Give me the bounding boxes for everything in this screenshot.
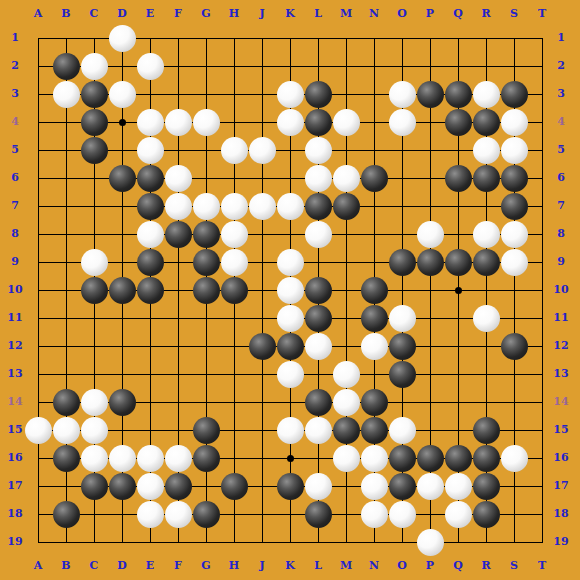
white-stone-E5 xyxy=(137,137,164,164)
white-stone-H7 xyxy=(221,193,248,220)
white-stone-S4 xyxy=(501,109,528,136)
white-stone-L8 xyxy=(305,221,332,248)
white-stone-E18 xyxy=(137,501,164,528)
white-stone-K10 xyxy=(277,277,304,304)
row-label-right: 3 xyxy=(546,86,576,102)
row-label-left: 9 xyxy=(2,254,28,270)
black-stone-L4 xyxy=(305,109,332,136)
row-label-left: 12 xyxy=(2,338,28,354)
black-stone-P16 xyxy=(417,445,444,472)
white-stone-N18 xyxy=(361,501,388,528)
black-stone-R9 xyxy=(473,249,500,276)
column-label-bottom: N xyxy=(360,558,388,574)
black-stone-N15 xyxy=(361,417,388,444)
column-label-top: F xyxy=(164,6,192,22)
black-stone-D14 xyxy=(109,389,136,416)
white-stone-O3 xyxy=(389,81,416,108)
row-label-left: 2 xyxy=(2,58,28,74)
row-label-left: 17 xyxy=(2,478,28,494)
white-stone-R5 xyxy=(473,137,500,164)
white-stone-L12 xyxy=(305,333,332,360)
black-stone-R18 xyxy=(473,501,500,528)
black-stone-F17 xyxy=(165,473,192,500)
white-stone-F7 xyxy=(165,193,192,220)
column-label-top: H xyxy=(220,6,248,22)
white-stone-S8 xyxy=(501,221,528,248)
white-stone-C16 xyxy=(81,445,108,472)
column-label-top: P xyxy=(416,6,444,22)
black-stone-R15 xyxy=(473,417,500,444)
go-board[interactable]: AABBCCDDEEFFGGHHJJKKLLMMNNOOPPQQRRSSTT11… xyxy=(0,0,580,580)
row-label-left: 10 xyxy=(2,282,28,298)
white-stone-D1 xyxy=(109,25,136,52)
white-stone-R11 xyxy=(473,305,500,332)
white-stone-C14 xyxy=(81,389,108,416)
black-stone-B16 xyxy=(53,445,80,472)
row-label-right: 9 xyxy=(546,254,576,270)
column-label-bottom: G xyxy=(192,558,220,574)
white-stone-F6 xyxy=(165,165,192,192)
white-stone-O18 xyxy=(389,501,416,528)
black-stone-K17 xyxy=(277,473,304,500)
star-point xyxy=(287,455,294,462)
row-label-left: 1 xyxy=(2,30,28,46)
row-label-right: 16 xyxy=(546,450,576,466)
black-stone-R4 xyxy=(473,109,500,136)
white-stone-N16 xyxy=(361,445,388,472)
row-label-left: 6 xyxy=(2,170,28,186)
black-stone-G10 xyxy=(193,277,220,304)
black-stone-Q3 xyxy=(445,81,472,108)
black-stone-S7 xyxy=(501,193,528,220)
row-label-right: 2 xyxy=(546,58,576,74)
white-stone-A15 xyxy=(25,417,52,444)
column-label-top: A xyxy=(24,6,52,22)
column-label-top: R xyxy=(472,6,500,22)
column-label-bottom: J xyxy=(248,558,276,574)
white-stone-M4 xyxy=(333,109,360,136)
white-stone-N12 xyxy=(361,333,388,360)
white-stone-S5 xyxy=(501,137,528,164)
black-stone-D6 xyxy=(109,165,136,192)
black-stone-O13 xyxy=(389,361,416,388)
white-stone-G4 xyxy=(193,109,220,136)
white-stone-D3 xyxy=(109,81,136,108)
white-stone-L5 xyxy=(305,137,332,164)
white-stone-M13 xyxy=(333,361,360,388)
column-label-top: S xyxy=(500,6,528,22)
white-stone-J5 xyxy=(249,137,276,164)
black-stone-E10 xyxy=(137,277,164,304)
black-stone-C17 xyxy=(81,473,108,500)
black-stone-G18 xyxy=(193,501,220,528)
black-stone-B2 xyxy=(53,53,80,80)
column-label-top: E xyxy=(136,6,164,22)
white-stone-M6 xyxy=(333,165,360,192)
row-label-right: 4 xyxy=(546,114,576,130)
column-label-bottom: E xyxy=(136,558,164,574)
black-stone-P3 xyxy=(417,81,444,108)
white-stone-C9 xyxy=(81,249,108,276)
white-stone-E8 xyxy=(137,221,164,248)
black-stone-G15 xyxy=(193,417,220,444)
column-label-top: N xyxy=(360,6,388,22)
column-label-top: D xyxy=(108,6,136,22)
black-stone-R17 xyxy=(473,473,500,500)
white-stone-F16 xyxy=(165,445,192,472)
black-stone-B18 xyxy=(53,501,80,528)
white-stone-H8 xyxy=(221,221,248,248)
white-stone-P19 xyxy=(417,529,444,556)
row-label-left: 19 xyxy=(2,534,28,550)
row-label-right: 17 xyxy=(546,478,576,494)
black-stone-E9 xyxy=(137,249,164,276)
column-label-bottom: T xyxy=(528,558,556,574)
black-stone-Q9 xyxy=(445,249,472,276)
column-label-bottom: D xyxy=(108,558,136,574)
column-label-top: L xyxy=(304,6,332,22)
black-stone-G9 xyxy=(193,249,220,276)
black-stone-N10 xyxy=(361,277,388,304)
column-label-bottom: C xyxy=(80,558,108,574)
column-label-bottom: R xyxy=(472,558,500,574)
white-stone-G7 xyxy=(193,193,220,220)
white-stone-E17 xyxy=(137,473,164,500)
white-stone-K4 xyxy=(277,109,304,136)
black-stone-C5 xyxy=(81,137,108,164)
black-stone-M15 xyxy=(333,417,360,444)
column-label-bottom: M xyxy=(332,558,360,574)
black-stone-S12 xyxy=(501,333,528,360)
star-point xyxy=(119,119,126,126)
white-stone-K3 xyxy=(277,81,304,108)
column-label-bottom: O xyxy=(388,558,416,574)
black-stone-H17 xyxy=(221,473,248,500)
black-stone-F8 xyxy=(165,221,192,248)
white-stone-S9 xyxy=(501,249,528,276)
black-stone-R16 xyxy=(473,445,500,472)
white-stone-K15 xyxy=(277,417,304,444)
white-stone-P17 xyxy=(417,473,444,500)
black-stone-P9 xyxy=(417,249,444,276)
column-label-bottom: F xyxy=(164,558,192,574)
white-stone-L15 xyxy=(305,417,332,444)
white-stone-M14 xyxy=(333,389,360,416)
black-stone-N6 xyxy=(361,165,388,192)
white-stone-E2 xyxy=(137,53,164,80)
row-label-left: 13 xyxy=(2,366,28,382)
black-stone-L14 xyxy=(305,389,332,416)
star-point xyxy=(455,287,462,294)
white-stone-N17 xyxy=(361,473,388,500)
black-stone-E7 xyxy=(137,193,164,220)
white-stone-Q17 xyxy=(445,473,472,500)
column-label-bottom: H xyxy=(220,558,248,574)
black-stone-L18 xyxy=(305,501,332,528)
white-stone-C15 xyxy=(81,417,108,444)
column-label-top: C xyxy=(80,6,108,22)
white-stone-B3 xyxy=(53,81,80,108)
column-label-top: O xyxy=(388,6,416,22)
black-stone-J12 xyxy=(249,333,276,360)
column-label-bottom: A xyxy=(24,558,52,574)
row-label-left: 14 xyxy=(2,394,28,410)
row-label-right: 19 xyxy=(546,534,576,550)
black-stone-N14 xyxy=(361,389,388,416)
row-label-left: 4 xyxy=(2,114,28,130)
row-label-right: 15 xyxy=(546,422,576,438)
black-stone-Q6 xyxy=(445,165,472,192)
row-label-left: 3 xyxy=(2,86,28,102)
row-label-left: 16 xyxy=(2,450,28,466)
black-stone-L7 xyxy=(305,193,332,220)
black-stone-M7 xyxy=(333,193,360,220)
white-stone-O11 xyxy=(389,305,416,332)
white-stone-H5 xyxy=(221,137,248,164)
white-stone-K13 xyxy=(277,361,304,388)
row-label-right: 11 xyxy=(546,310,576,326)
black-stone-O16 xyxy=(389,445,416,472)
white-stone-K11 xyxy=(277,305,304,332)
black-stone-G16 xyxy=(193,445,220,472)
black-stone-C3 xyxy=(81,81,108,108)
row-label-left: 18 xyxy=(2,506,28,522)
column-label-top: G xyxy=(192,6,220,22)
white-stone-O15 xyxy=(389,417,416,444)
white-stone-P8 xyxy=(417,221,444,248)
row-label-right: 8 xyxy=(546,226,576,242)
black-stone-K12 xyxy=(277,333,304,360)
white-stone-J7 xyxy=(249,193,276,220)
column-label-bottom: P xyxy=(416,558,444,574)
white-stone-O4 xyxy=(389,109,416,136)
black-stone-G8 xyxy=(193,221,220,248)
row-label-right: 12 xyxy=(546,338,576,354)
white-stone-Q18 xyxy=(445,501,472,528)
black-stone-N11 xyxy=(361,305,388,332)
row-label-right: 7 xyxy=(546,198,576,214)
black-stone-S3 xyxy=(501,81,528,108)
row-label-right: 14 xyxy=(546,394,576,410)
white-stone-L6 xyxy=(305,165,332,192)
white-stone-K9 xyxy=(277,249,304,276)
column-label-top: Q xyxy=(444,6,472,22)
row-label-right: 10 xyxy=(546,282,576,298)
row-label-right: 1 xyxy=(546,30,576,46)
column-label-top: J xyxy=(248,6,276,22)
white-stone-H9 xyxy=(221,249,248,276)
white-stone-S16 xyxy=(501,445,528,472)
white-stone-F18 xyxy=(165,501,192,528)
column-label-top: K xyxy=(276,6,304,22)
black-stone-D10 xyxy=(109,277,136,304)
white-stone-C2 xyxy=(81,53,108,80)
row-label-right: 6 xyxy=(546,170,576,186)
black-stone-O17 xyxy=(389,473,416,500)
white-stone-E4 xyxy=(137,109,164,136)
row-label-left: 8 xyxy=(2,226,28,242)
black-stone-O12 xyxy=(389,333,416,360)
black-stone-Q16 xyxy=(445,445,472,472)
column-label-bottom: Q xyxy=(444,558,472,574)
white-stone-K7 xyxy=(277,193,304,220)
row-label-right: 5 xyxy=(546,142,576,158)
white-stone-M16 xyxy=(333,445,360,472)
row-label-left: 11 xyxy=(2,310,28,326)
black-stone-R6 xyxy=(473,165,500,192)
black-stone-B14 xyxy=(53,389,80,416)
row-label-left: 5 xyxy=(2,142,28,158)
white-stone-R8 xyxy=(473,221,500,248)
white-stone-F4 xyxy=(165,109,192,136)
black-stone-H10 xyxy=(221,277,248,304)
white-stone-E16 xyxy=(137,445,164,472)
white-stone-L17 xyxy=(305,473,332,500)
black-stone-L10 xyxy=(305,277,332,304)
black-stone-O9 xyxy=(389,249,416,276)
column-label-bottom: S xyxy=(500,558,528,574)
column-label-top: T xyxy=(528,6,556,22)
white-stone-D16 xyxy=(109,445,136,472)
black-stone-L3 xyxy=(305,81,332,108)
black-stone-C10 xyxy=(81,277,108,304)
row-label-right: 18 xyxy=(546,506,576,522)
column-label-top: M xyxy=(332,6,360,22)
column-label-bottom: K xyxy=(276,558,304,574)
black-stone-Q4 xyxy=(445,109,472,136)
black-stone-C4 xyxy=(81,109,108,136)
row-label-right: 13 xyxy=(546,366,576,382)
white-stone-R3 xyxy=(473,81,500,108)
column-label-top: B xyxy=(52,6,80,22)
white-stone-B15 xyxy=(53,417,80,444)
black-stone-D17 xyxy=(109,473,136,500)
row-label-left: 7 xyxy=(2,198,28,214)
column-label-bottom: L xyxy=(304,558,332,574)
black-stone-L11 xyxy=(305,305,332,332)
black-stone-S6 xyxy=(501,165,528,192)
column-label-bottom: B xyxy=(52,558,80,574)
black-stone-E6 xyxy=(137,165,164,192)
